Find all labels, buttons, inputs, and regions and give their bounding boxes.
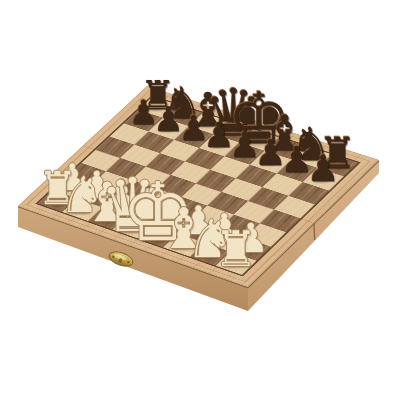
piece-black-pawn-h7[interactable]: ♟: [307, 151, 340, 188]
piece-white-rook-h1[interactable]: ♜: [214, 225, 258, 274]
white-rook-icon: ♜: [214, 225, 258, 274]
chess-set-scene: ♜♞♝♛♚♝♞♜♟♟♟♟♟♟♟♟♟♟♟♟♟♟♟♟♜♞♝♛♚♝♞♜: [0, 0, 400, 400]
fold-seam-icon: [314, 223, 315, 240]
black-pawn-icon: ♟: [307, 151, 340, 188]
product-photo: ♜♞♝♛♚♝♞♜♟♟♟♟♟♟♟♟♟♟♟♟♟♟♟♟♜♞♝♛♚♝♞♜: [0, 0, 400, 400]
